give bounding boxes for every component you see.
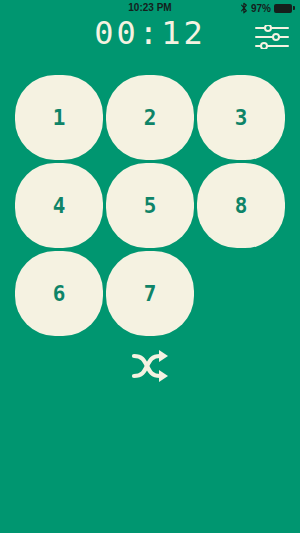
bluetooth-icon [240,2,248,14]
tile-8[interactable]: 8 [197,163,285,248]
settings-sliders-button[interactable] [255,25,289,49]
tile-1[interactable]: 1 [15,75,103,160]
tile-7[interactable]: 7 [106,251,194,336]
battery-icon [274,4,295,13]
tile-6[interactable]: 6 [15,251,103,336]
app-screen: 10:23 PM 97% 00:12 [0,0,300,533]
tile-5[interactable]: 5 [106,163,194,248]
tile-2[interactable]: 2 [106,75,194,160]
puzzle-board: 1 2 3 4 5 8 6 7 [15,75,285,336]
status-right-cluster: 97% [240,2,295,14]
tile-4[interactable]: 4 [15,163,103,248]
sliders-icon [255,25,289,49]
tile-3[interactable]: 3 [197,75,285,160]
shuffle-button[interactable] [131,348,169,384]
empty-cell [197,251,285,336]
battery-percent: 97% [251,3,271,14]
shuffle-icon [131,348,169,384]
